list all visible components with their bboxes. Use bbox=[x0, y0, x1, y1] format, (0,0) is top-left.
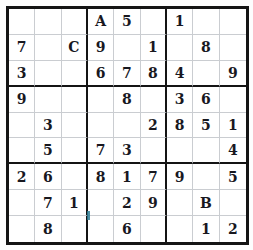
cell-r1c8 bbox=[193, 9, 219, 35]
cell-r2c8: 8 bbox=[193, 35, 219, 61]
cell-r6c2: 5 bbox=[35, 138, 61, 164]
cell-r5c4 bbox=[88, 113, 114, 139]
cell-r1c4: A bbox=[88, 9, 114, 35]
cell-r5c1 bbox=[9, 113, 35, 139]
cell-r8c5: 2 bbox=[114, 190, 140, 216]
cell-r9c5: 6 bbox=[114, 216, 140, 242]
cell-r7c5: 1 bbox=[114, 164, 140, 190]
cell-r3c1: 3 bbox=[9, 61, 35, 87]
cell-r3c8 bbox=[193, 61, 219, 87]
cell-r5c9: 1 bbox=[220, 113, 246, 139]
cell-r4c7: 3 bbox=[167, 87, 193, 113]
cell-r8c8: B bbox=[193, 190, 219, 216]
cell-r5c8: 5 bbox=[193, 113, 219, 139]
cell-r9c3 bbox=[62, 216, 88, 242]
cell-r5c2: 3 bbox=[35, 113, 61, 139]
cell-r1c1 bbox=[9, 9, 35, 35]
cell-r1c2 bbox=[35, 9, 61, 35]
cell-r3c4: 6 bbox=[88, 61, 114, 87]
cell-r1c5: 5 bbox=[114, 9, 140, 35]
cell-r5c6: 2 bbox=[141, 113, 167, 139]
cell-r7c3 bbox=[62, 164, 88, 190]
cell-r4c4 bbox=[88, 87, 114, 113]
cell-r4c5: 8 bbox=[114, 87, 140, 113]
cell-r9c7 bbox=[167, 216, 193, 242]
cell-r9c4 bbox=[88, 216, 114, 242]
cell-r2c2 bbox=[35, 35, 61, 61]
cell-r9c6 bbox=[141, 216, 167, 242]
cell-r9c2: 8 bbox=[35, 216, 61, 242]
cell-r6c6 bbox=[141, 138, 167, 164]
cell-r2c7 bbox=[167, 35, 193, 61]
cell-r5c3 bbox=[62, 113, 88, 139]
cell-r4c3 bbox=[62, 87, 88, 113]
cell-r4c2 bbox=[35, 87, 61, 113]
cell-r6c3 bbox=[62, 138, 88, 164]
cell-r1c3 bbox=[62, 9, 88, 35]
cell-r7c7: 9 bbox=[167, 164, 193, 190]
cell-r3c3 bbox=[62, 61, 88, 87]
cell-r2c3: C bbox=[62, 35, 88, 61]
cell-r8c7 bbox=[167, 190, 193, 216]
cell-r7c1: 2 bbox=[9, 164, 35, 190]
cell-r4c6 bbox=[141, 87, 167, 113]
stray-artifact-mark bbox=[87, 211, 90, 220]
cell-r8c9 bbox=[220, 190, 246, 216]
cell-r6c8 bbox=[193, 138, 219, 164]
cell-r1c6 bbox=[141, 9, 167, 35]
cell-r7c6: 7 bbox=[141, 164, 167, 190]
cell-r3c2 bbox=[35, 61, 61, 87]
cell-r7c8 bbox=[193, 164, 219, 190]
cell-r7c9: 5 bbox=[220, 164, 246, 190]
cell-r4c9 bbox=[220, 87, 246, 113]
cell-r5c5 bbox=[114, 113, 140, 139]
cell-r3c5: 7 bbox=[114, 61, 140, 87]
cell-r1c7: 1 bbox=[167, 9, 193, 35]
cell-r8c4 bbox=[88, 190, 114, 216]
cell-r6c5: 3 bbox=[114, 138, 140, 164]
cell-r8c2: 7 bbox=[35, 190, 61, 216]
cell-r2c9 bbox=[220, 35, 246, 61]
cell-r2c1: 7 bbox=[9, 35, 35, 61]
cell-r3c7: 4 bbox=[167, 61, 193, 87]
sudoku-screenshot: A517C918367849983632851573426817957129B8… bbox=[0, 0, 253, 250]
cell-r6c4: 7 bbox=[88, 138, 114, 164]
cell-r2c6: 1 bbox=[141, 35, 167, 61]
cell-r6c1 bbox=[9, 138, 35, 164]
cell-r2c5 bbox=[114, 35, 140, 61]
cell-r4c1: 9 bbox=[9, 87, 35, 113]
cell-r9c1 bbox=[9, 216, 35, 242]
cell-r1c9 bbox=[220, 9, 246, 35]
cell-r6c7 bbox=[167, 138, 193, 164]
cell-r6c9: 4 bbox=[220, 138, 246, 164]
cell-r8c1 bbox=[9, 190, 35, 216]
cell-r5c7: 8 bbox=[167, 113, 193, 139]
cell-r9c9: 2 bbox=[220, 216, 246, 242]
cell-r7c4: 8 bbox=[88, 164, 114, 190]
cell-r7c2: 6 bbox=[35, 164, 61, 190]
cell-r9c8: 1 bbox=[193, 216, 219, 242]
cell-r8c3: 1 bbox=[62, 190, 88, 216]
cell-r3c9: 9 bbox=[220, 61, 246, 87]
cell-r8c6: 9 bbox=[141, 190, 167, 216]
cell-r2c4: 9 bbox=[88, 35, 114, 61]
sudoku-board: A517C918367849983632851573426817957129B8… bbox=[6, 6, 249, 245]
cell-r3c6: 8 bbox=[141, 61, 167, 87]
cell-r4c8: 6 bbox=[193, 87, 219, 113]
